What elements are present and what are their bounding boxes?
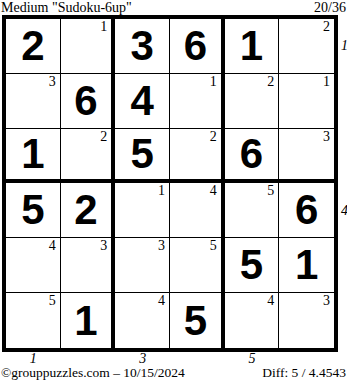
given-digit: 6 xyxy=(295,189,318,231)
cell-r2c3[interactable]: 4 xyxy=(115,74,170,129)
col-label-1: 1 xyxy=(30,352,37,366)
cell-r6c1[interactable]: 5 xyxy=(6,293,61,348)
given-digit: 2 xyxy=(21,25,44,67)
cell-r5c1[interactable]: 4 xyxy=(6,238,61,293)
cell-r6c3[interactable]: 4 xyxy=(115,293,170,348)
corner-mark: 1 xyxy=(158,184,165,198)
corner-mark: 3 xyxy=(323,294,330,308)
corner-mark: 4 xyxy=(267,294,274,308)
row-label-4: 4 xyxy=(341,204,347,218)
given-digit: 1 xyxy=(21,133,44,175)
cell-r6c6[interactable]: 3 xyxy=(279,293,334,348)
cell-r1c4[interactable]: 6 xyxy=(170,19,225,74)
cell-r4c4[interactable]: 4 xyxy=(170,183,225,238)
corner-mark: 5 xyxy=(210,239,217,253)
puzzle-title: Medium "Sudoku-6up" xyxy=(1,0,132,15)
cell-r3c2[interactable]: 2 xyxy=(61,129,116,184)
cell-r3c4[interactable]: 2 xyxy=(170,129,225,184)
cell-r5c3[interactable]: 3 xyxy=(115,238,170,293)
corner-mark: 3 xyxy=(323,130,330,144)
corner-mark: 4 xyxy=(158,294,165,308)
col-label-3: 3 xyxy=(139,352,146,366)
sheet: Medium "Sudoku-6up" 20/36 21361236412112… xyxy=(0,0,347,381)
given-digit: 3 xyxy=(130,25,153,67)
cell-r6c5[interactable]: 4 xyxy=(225,293,280,348)
given-digit: 1 xyxy=(240,25,263,67)
footer-difficulty: Diff: 5 / 4.4543 xyxy=(262,365,346,380)
sudoku-board: 213612364121125263521456433551514543 xyxy=(2,15,338,352)
given-digit: 5 xyxy=(21,189,44,231)
corner-mark: 4 xyxy=(49,239,56,253)
cell-r4c6[interactable]: 6 xyxy=(279,183,334,238)
given-digit: 1 xyxy=(74,300,97,342)
cell-r1c5[interactable]: 1 xyxy=(225,19,280,74)
corner-mark: 2 xyxy=(267,75,274,89)
cell-r5c4[interactable]: 5 xyxy=(170,238,225,293)
cell-r6c2[interactable]: 1 xyxy=(61,293,116,348)
cell-r6c4[interactable]: 5 xyxy=(170,293,225,348)
corner-mark: 2 xyxy=(210,130,217,144)
row-label-1: 1 xyxy=(341,39,347,53)
cell-r4c2[interactable]: 2 xyxy=(61,183,116,238)
cell-r4c3[interactable]: 1 xyxy=(115,183,170,238)
given-digit: 5 xyxy=(130,133,153,175)
cell-r3c5[interactable]: 6 xyxy=(225,129,280,184)
cell-r2c5[interactable]: 2 xyxy=(225,74,280,129)
given-digit: 5 xyxy=(184,300,207,342)
given-digit: 6 xyxy=(240,133,263,175)
cell-r1c2[interactable]: 1 xyxy=(61,19,116,74)
given-digit: 2 xyxy=(74,189,97,231)
corner-mark: 3 xyxy=(100,239,107,253)
col-label-5: 5 xyxy=(249,352,256,366)
cell-r4c1[interactable]: 5 xyxy=(6,183,61,238)
cell-r5c6[interactable]: 1 xyxy=(279,238,334,293)
corner-mark: 2 xyxy=(100,130,107,144)
footer-credit: ©grouppuzzles.com – 10/15/2024 xyxy=(1,365,185,380)
cell-r3c3[interactable]: 5 xyxy=(115,129,170,184)
corner-mark: 1 xyxy=(210,75,217,89)
cell-r3c6[interactable]: 3 xyxy=(279,129,334,184)
cell-r2c1[interactable]: 3 xyxy=(6,74,61,129)
cell-r5c5[interactable]: 5 xyxy=(225,238,280,293)
given-digit: 4 xyxy=(130,80,153,122)
puzzle-counter: 20/36 xyxy=(314,0,346,15)
given-digit: 5 xyxy=(240,244,263,286)
corner-mark: 4 xyxy=(210,184,217,198)
given-digit: 6 xyxy=(184,25,207,67)
given-digit: 1 xyxy=(295,244,318,286)
corner-mark: 1 xyxy=(100,20,107,34)
corner-mark: 5 xyxy=(267,184,274,198)
cell-r2c6[interactable]: 1 xyxy=(279,74,334,129)
cell-r1c3[interactable]: 3 xyxy=(115,19,170,74)
cell-r1c1[interactable]: 2 xyxy=(6,19,61,74)
cell-r2c2[interactable]: 6 xyxy=(61,74,116,129)
corner-mark: 3 xyxy=(158,239,165,253)
cell-r2c4[interactable]: 1 xyxy=(170,74,225,129)
given-digit: 6 xyxy=(74,80,97,122)
cell-r3c1[interactable]: 1 xyxy=(6,129,61,184)
cell-r4c5[interactable]: 5 xyxy=(225,183,280,238)
corner-mark: 2 xyxy=(323,20,330,34)
cell-r5c2[interactable]: 3 xyxy=(61,238,116,293)
corner-mark: 5 xyxy=(49,294,56,308)
corner-mark: 1 xyxy=(323,75,330,89)
cell-r1c6[interactable]: 2 xyxy=(279,19,334,74)
corner-mark: 3 xyxy=(49,75,56,89)
